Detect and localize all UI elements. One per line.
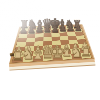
piece-black-pawn: ♟ xyxy=(59,24,67,33)
pieces-layer: ♜♞♝♛♚♝♞♜♟♟♟♟♟♟♟♟♟♟♟♟♟♟♟♟♜♞♝♛♚♝♞♜ xyxy=(0,0,100,100)
piece-black-knight: ♞ xyxy=(27,19,38,31)
piece-white-pawn: ♟ xyxy=(33,44,43,55)
piece-black-pawn: ♟ xyxy=(43,24,51,33)
piece-white-pawn: ♟ xyxy=(23,45,33,56)
piece-black-pawn: ♟ xyxy=(74,23,82,32)
piece-black-pawn: ♟ xyxy=(27,25,36,34)
piece-black-bishop: ♝ xyxy=(34,19,45,31)
piece-white-pawn: ♟ xyxy=(71,43,81,54)
piece-black-pawn: ♟ xyxy=(35,25,43,34)
piece-white-pawn: ♟ xyxy=(52,44,62,55)
chess-set-photo: ♜♞♝♛♚♝♞♜♟♟♟♟♟♟♟♟♟♟♟♟♟♟♟♟♜♞♝♛♚♝♞♜ xyxy=(0,0,100,100)
piece-black-pawn: ♟ xyxy=(67,23,75,32)
piece-white-pawn: ♟ xyxy=(80,42,90,53)
piece-white-rook: ♜ xyxy=(80,46,92,59)
piece-black-bishop: ♝ xyxy=(57,18,68,30)
piece-white-pawn: ♟ xyxy=(61,43,71,54)
piece-black-knight: ♞ xyxy=(65,18,75,29)
piece-black-rook: ♜ xyxy=(73,19,82,29)
piece-black-rook: ♜ xyxy=(20,20,30,31)
piece-white-pawn: ♟ xyxy=(43,44,53,55)
piece-black-pawn: ♟ xyxy=(19,25,28,35)
piece-white-knight: ♞ xyxy=(21,47,35,62)
piece-white-pawn: ♟ xyxy=(14,45,24,57)
piece-black-king: ♚ xyxy=(49,17,61,30)
piece-black-pawn: ♟ xyxy=(51,24,59,33)
piece-white-bishop: ♝ xyxy=(60,45,74,60)
piece-white-queen: ♛ xyxy=(40,45,55,62)
piece-black-queen: ♛ xyxy=(42,18,54,31)
piece-white-rook: ♜ xyxy=(11,49,24,63)
piece-white-bishop: ♝ xyxy=(31,46,45,62)
piece-white-knight: ♞ xyxy=(70,45,83,59)
piece-white-king: ♚ xyxy=(50,44,66,61)
